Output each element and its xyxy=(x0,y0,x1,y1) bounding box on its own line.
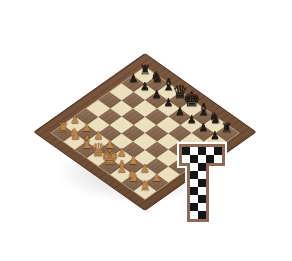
logo-checker-cell xyxy=(198,195,206,203)
logo-checker-cell xyxy=(190,211,198,219)
checkered-t-logo xyxy=(177,142,227,224)
logo-checker-cell xyxy=(190,155,198,163)
logo-checker-cell xyxy=(190,179,198,187)
logo-checker-cell xyxy=(182,147,190,155)
logo-checker-cell xyxy=(190,195,198,203)
catalog-product-image: ♜♞♟♝♟♛♟♚♟♝♟♞♟♟♜♟♟♜♟♟♞♟♝♟♛♟♚♟♝♟♞♜ xyxy=(0,0,292,261)
logo-checker-cell xyxy=(198,171,206,179)
logo-checker-cell xyxy=(198,147,206,155)
logo-checker-cell xyxy=(206,147,214,155)
logo-checker-cell xyxy=(198,187,206,195)
logo-checker-cell xyxy=(190,147,198,155)
logo-checker-cell xyxy=(214,155,222,163)
logo-checker-cell xyxy=(190,187,198,195)
logo-checker-cell xyxy=(190,203,198,211)
logo-checker-cell xyxy=(214,147,222,155)
logo-checker-cell xyxy=(198,163,206,171)
logo-checker-cell xyxy=(182,155,190,163)
logo-checker-cell xyxy=(190,171,198,179)
logo-checker-cell xyxy=(190,163,198,171)
logo-checker-cell xyxy=(198,211,206,219)
logo-checker-cell xyxy=(198,179,206,187)
checkered-t-logo-wrap xyxy=(177,142,227,228)
logo-checker-cell xyxy=(198,203,206,211)
logo-checker-cell xyxy=(198,155,206,163)
logo-checker-cell xyxy=(206,155,214,163)
